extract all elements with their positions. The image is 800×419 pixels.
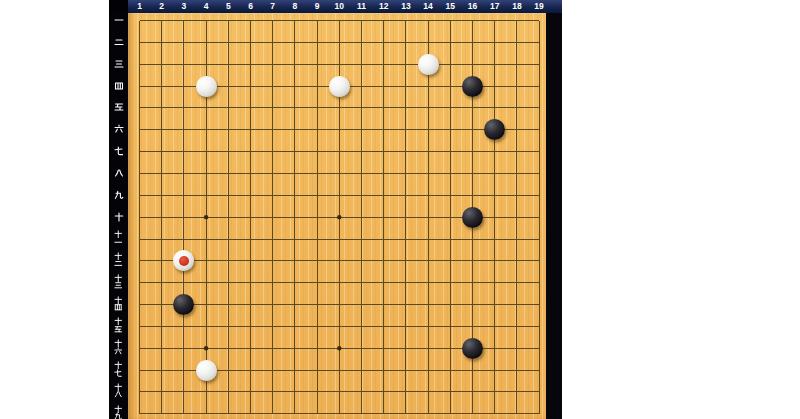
row-label (109, 340, 128, 355)
row-label (109, 59, 128, 68)
page-background: 12345678910111213141516171819 (0, 0, 800, 419)
column-label: 8 (293, 1, 298, 12)
goban-widget: 12345678910111213141516171819 (109, 0, 562, 419)
row-label (109, 168, 128, 177)
row-label (109, 274, 128, 289)
column-label: 2 (159, 1, 164, 12)
star-point (204, 346, 208, 350)
row-label (109, 81, 128, 90)
column-label: 10 (335, 1, 344, 12)
column-label: 16 (468, 1, 477, 12)
last-move-marker (179, 256, 189, 266)
column-label: 18 (512, 1, 521, 12)
row-label (109, 362, 128, 377)
stone-black (462, 76, 483, 97)
row-ruler (109, 13, 128, 419)
column-label: 19 (534, 1, 543, 12)
row-label (109, 252, 128, 267)
row-label (109, 147, 128, 156)
column-label: 9 (315, 1, 320, 12)
column-label: 3 (182, 1, 187, 12)
star-point (337, 215, 341, 219)
row-label (109, 16, 128, 25)
column-label: 7 (270, 1, 275, 12)
stone-white (418, 54, 439, 75)
stone-white (196, 360, 217, 381)
go-board[interactable] (128, 13, 546, 419)
row-label (109, 37, 128, 46)
row-label (109, 318, 128, 333)
column-label: 14 (423, 1, 432, 12)
column-label: 11 (357, 1, 366, 12)
column-label: 17 (490, 1, 499, 12)
row-label (109, 125, 128, 134)
star-point (337, 346, 341, 350)
column-label: 15 (446, 1, 455, 12)
row-label (109, 231, 128, 246)
column-label: 5 (226, 1, 231, 12)
stone-black (462, 207, 483, 228)
column-label: 1 (137, 1, 142, 12)
row-label (109, 405, 128, 419)
stone-white (329, 76, 350, 97)
row-label (109, 212, 128, 221)
row-label (109, 383, 128, 398)
star-point (204, 215, 208, 219)
row-label (109, 190, 128, 199)
column-label: 4 (204, 1, 209, 12)
column-label: 12 (379, 1, 388, 12)
stone-black (462, 338, 483, 359)
column-label: 13 (401, 1, 410, 12)
ruler-corner (109, 0, 128, 13)
row-label (109, 296, 128, 311)
right-border-bar (546, 13, 562, 419)
column-label: 6 (248, 1, 253, 12)
row-label (109, 103, 128, 112)
stone-white (196, 76, 217, 97)
column-ruler: 12345678910111213141516171819 (109, 0, 562, 13)
grid-lines (128, 13, 546, 419)
